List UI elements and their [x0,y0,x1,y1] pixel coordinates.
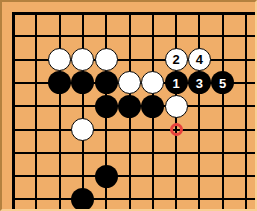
intersection [164,141,187,164]
intersection [141,1,164,24]
white-stone [48,48,71,71]
intersection [1,95,24,118]
intersection [188,1,211,24]
intersection: 2 [164,48,187,71]
intersection [164,118,187,141]
intersection [141,48,164,71]
intersection [95,95,118,118]
intersection [95,118,118,141]
intersection [141,95,164,118]
intersection [71,95,94,118]
intersection [164,25,187,48]
red-circle-marker [170,123,183,136]
intersection [141,188,164,211]
intersection [48,48,71,71]
intersection [234,71,257,94]
intersection [71,118,94,141]
intersection [211,25,234,48]
intersection [48,71,71,94]
intersection [95,188,118,211]
black-stone [95,71,118,94]
black-stone [48,71,71,94]
intersection [141,71,164,94]
white-stone [141,71,164,94]
intersection [118,1,141,24]
intersection [118,118,141,141]
black-stone [118,95,141,118]
intersection [188,164,211,187]
intersection [211,1,234,24]
move-5-stone: 5 [211,71,234,94]
go-board-diagram: 24135 [0,0,257,211]
black-stone [95,95,118,118]
intersection [25,188,48,211]
intersection [118,25,141,48]
intersection [95,141,118,164]
intersection [141,141,164,164]
black-stone [71,71,94,94]
intersection [95,48,118,71]
intersection [188,25,211,48]
intersection [234,25,257,48]
intersection [48,25,71,48]
intersection [71,188,94,211]
intersection [211,164,234,187]
intersection [71,164,94,187]
intersection [1,188,24,211]
intersection [211,118,234,141]
intersection [164,95,187,118]
intersection [118,48,141,71]
intersection [141,164,164,187]
intersection [48,1,71,24]
intersection [71,48,94,71]
intersection [25,118,48,141]
intersection: 1 [164,71,187,94]
black-stone [141,95,164,118]
intersection [95,71,118,94]
intersection: 4 [188,48,211,71]
intersection [211,95,234,118]
intersection-grid: 24135 [1,1,257,211]
intersection [1,164,24,187]
intersection [25,141,48,164]
intersection [188,118,211,141]
intersection [234,95,257,118]
intersection [71,141,94,164]
intersection [234,1,257,24]
intersection [211,141,234,164]
intersection [95,25,118,48]
intersection [48,141,71,164]
intersection [48,188,71,211]
black-stone [95,165,118,188]
intersection [164,188,187,211]
intersection [234,48,257,71]
intersection [141,25,164,48]
white-stone [95,48,118,71]
black-stone [71,188,94,211]
intersection: 5 [211,71,234,94]
intersection [1,71,24,94]
intersection [234,141,257,164]
white-stone [71,48,94,71]
move-2-stone: 2 [165,48,188,71]
intersection [211,48,234,71]
intersection [95,1,118,24]
intersection [25,164,48,187]
intersection [95,164,118,187]
move-4-stone: 4 [188,48,211,71]
white-stone [118,71,141,94]
intersection [118,164,141,187]
intersection [25,48,48,71]
intersection [1,118,24,141]
intersection [48,95,71,118]
intersection [141,118,164,141]
intersection [118,95,141,118]
intersection [71,71,94,94]
intersection [25,71,48,94]
white-stone [71,118,94,141]
intersection [188,141,211,164]
intersection [25,95,48,118]
intersection [211,188,234,211]
intersection [188,95,211,118]
white-stone [165,95,188,118]
intersection [1,25,24,48]
intersection [1,1,24,24]
intersection [48,118,71,141]
intersection [164,1,187,24]
intersection [48,164,71,187]
intersection [25,25,48,48]
intersection [234,118,257,141]
intersection [71,1,94,24]
intersection [118,188,141,211]
intersection [118,71,141,94]
intersection [234,164,257,187]
intersection [1,141,24,164]
intersection [234,188,257,211]
intersection: 3 [188,71,211,94]
intersection [188,188,211,211]
move-1-stone: 1 [165,71,188,94]
intersection [71,25,94,48]
intersection [118,141,141,164]
intersection [25,1,48,24]
move-3-stone: 3 [188,71,211,94]
intersection [1,48,24,71]
intersection [164,164,187,187]
